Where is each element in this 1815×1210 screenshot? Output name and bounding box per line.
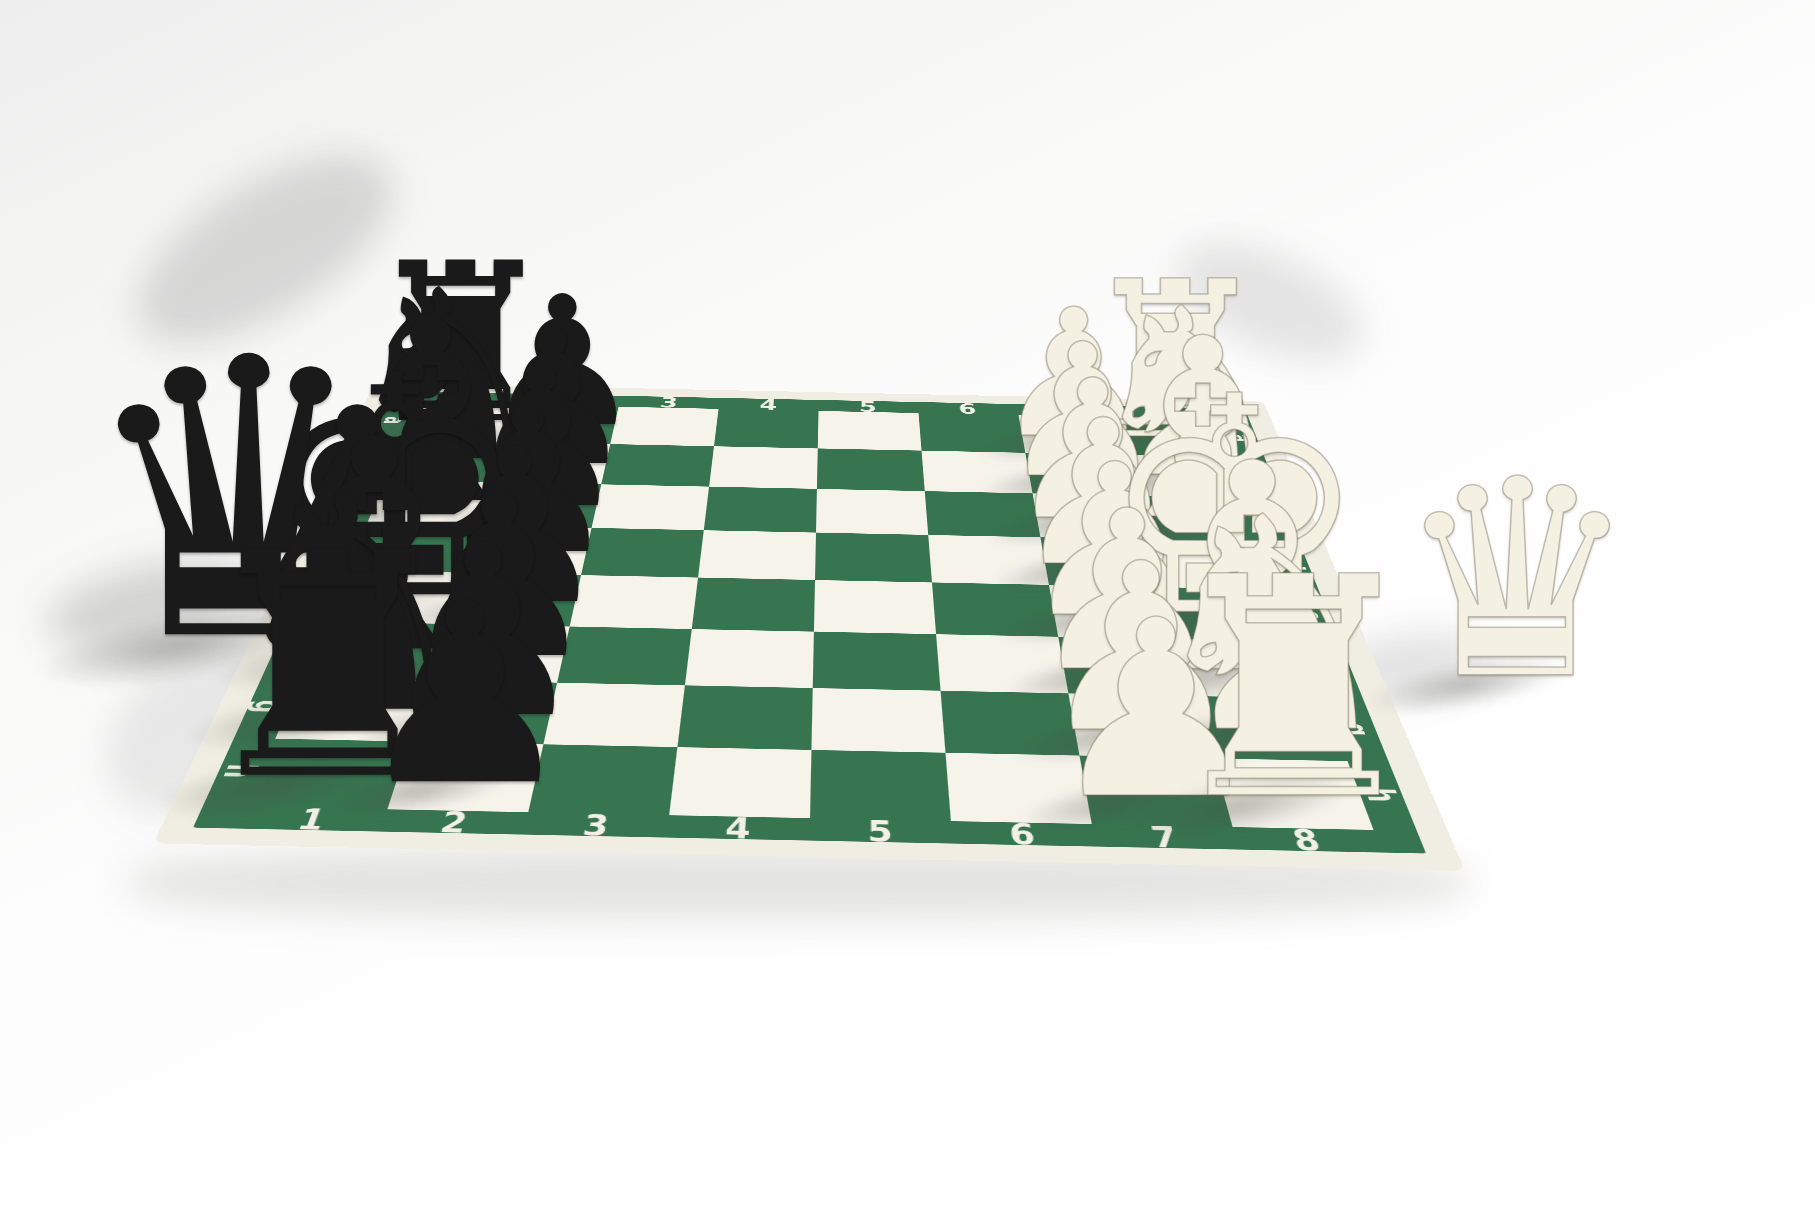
square-g1[interactable] bbox=[275, 677, 429, 741]
rank-label-1-bottom: 1 bbox=[237, 806, 387, 831]
rank-label-6-top: 6 bbox=[918, 402, 1019, 415]
rank-label-7-bottom: 7 bbox=[1092, 824, 1239, 850]
file-label-e-right-text: e bbox=[1288, 610, 1333, 622]
rank-label-8-top: 8 bbox=[1115, 406, 1218, 419]
rank-label-3-top: 3 bbox=[619, 396, 720, 409]
rank-label-5-bottom: 5 bbox=[810, 818, 953, 843]
square-e4[interactable] bbox=[692, 578, 815, 632]
square-a4[interactable] bbox=[714, 409, 819, 449]
square-d1[interactable] bbox=[347, 523, 479, 572]
square-h4[interactable] bbox=[669, 747, 811, 818]
square-f6[interactable] bbox=[936, 634, 1068, 693]
file-label-a-right-text: a bbox=[1222, 434, 1260, 443]
rank-label-5-top: 5 bbox=[819, 400, 919, 413]
square-e5[interactable] bbox=[814, 580, 936, 634]
square-c5[interactable] bbox=[816, 489, 928, 535]
file-label-c-right-text: c bbox=[1253, 515, 1294, 524]
rank-label-1-top: 1 bbox=[419, 392, 523, 405]
file-label-a-left-text: a bbox=[376, 416, 414, 424]
play-grid bbox=[247, 403, 1374, 830]
chessboard: 11aa22bb33cc44dd55ee66ff77gg88hh bbox=[153, 383, 1465, 871]
file-label-e-left-text: e bbox=[295, 589, 341, 601]
square-e8[interactable] bbox=[1166, 587, 1303, 642]
square-g3[interactable] bbox=[543, 683, 685, 747]
square-g2[interactable] bbox=[409, 680, 557, 744]
file-label-d-right-text: d bbox=[1270, 560, 1314, 571]
file-label-h-left-text: h bbox=[213, 763, 267, 779]
white-queen-offboard[interactable]: ♛ bbox=[1394, 444, 1639, 718]
rank-label-8-bottom: 8 bbox=[1233, 827, 1382, 853]
rank-label-2-bottom-text: 2 bbox=[437, 805, 473, 839]
square-d5[interactable] bbox=[815, 533, 932, 583]
rank-label-4-top-text: 4 bbox=[759, 396, 779, 413]
square-d4[interactable] bbox=[698, 530, 816, 580]
square-c7[interactable] bbox=[1033, 493, 1153, 539]
square-e7[interactable] bbox=[1049, 585, 1180, 639]
square-b1[interactable] bbox=[386, 440, 507, 482]
square-h7[interactable] bbox=[1079, 756, 1232, 827]
square-e6[interactable] bbox=[932, 582, 1058, 636]
square-d6[interactable] bbox=[928, 535, 1049, 585]
rank-label-1-bottom-text: 1 bbox=[293, 802, 332, 836]
square-b8[interactable] bbox=[1129, 455, 1248, 498]
square-b6[interactable] bbox=[922, 451, 1033, 494]
square-a3[interactable] bbox=[610, 407, 718, 447]
rank-label-3-bottom: 3 bbox=[523, 812, 669, 837]
square-a2[interactable] bbox=[506, 405, 618, 444]
rank-label-7-top-text: 7 bbox=[1056, 402, 1078, 419]
rank-label-5-bottom-text: 5 bbox=[867, 814, 895, 848]
square-f2[interactable] bbox=[429, 624, 569, 683]
rank-label-7-top: 7 bbox=[1017, 404, 1119, 417]
board-tilt-wrapper: 11aa22bb33cc44dd55ee66ff77gg88hh bbox=[274, 39, 1356, 1121]
square-g5[interactable] bbox=[811, 688, 945, 753]
file-label-c-left-text: c bbox=[339, 496, 380, 505]
square-f7[interactable] bbox=[1058, 637, 1196, 696]
square-f5[interactable] bbox=[813, 632, 941, 691]
square-c2[interactable] bbox=[479, 482, 601, 528]
square-h8[interactable] bbox=[1214, 758, 1374, 830]
square-f3[interactable] bbox=[557, 627, 692, 686]
square-h2[interactable] bbox=[387, 742, 543, 813]
cast-shadow-black-queen bbox=[39, 544, 266, 667]
square-f1[interactable] bbox=[301, 621, 447, 680]
rank-label-3-top-text: 3 bbox=[659, 394, 680, 411]
square-c4[interactable] bbox=[704, 487, 817, 533]
file-label-h-right-text: h bbox=[1355, 787, 1408, 803]
file-label-g-left-text: g bbox=[243, 700, 294, 714]
file-label-d-left-text: d bbox=[318, 540, 362, 551]
square-h6[interactable] bbox=[945, 753, 1091, 824]
square-f8[interactable] bbox=[1180, 639, 1324, 698]
rank-label-4-top: 4 bbox=[719, 398, 819, 411]
rank-label-4-bottom-text: 4 bbox=[724, 811, 753, 845]
square-a5[interactable] bbox=[818, 411, 922, 451]
square-c6[interactable] bbox=[925, 491, 1041, 537]
square-h5[interactable] bbox=[810, 750, 951, 821]
scene: 11aa22bb33cc44dd55ee66ff77gg88hh ♜♟♟♜♞♟♟… bbox=[0, 0, 1815, 1210]
rank-label-2-bottom: 2 bbox=[380, 809, 528, 834]
square-b3[interactable] bbox=[601, 444, 714, 487]
file-label-f-left-text: f bbox=[271, 644, 317, 653]
square-d8[interactable] bbox=[1153, 540, 1283, 590]
file-label-b-left-text: b bbox=[358, 454, 398, 464]
square-a8[interactable] bbox=[1119, 417, 1233, 457]
square-g8[interactable] bbox=[1196, 696, 1347, 761]
file-label-f-right-text: f bbox=[1309, 666, 1355, 675]
square-g4[interactable] bbox=[677, 685, 812, 750]
rank-label-6-top-text: 6 bbox=[958, 400, 979, 417]
square-d3[interactable] bbox=[581, 528, 704, 578]
square-b2[interactable] bbox=[493, 442, 610, 484]
square-e1[interactable] bbox=[325, 570, 464, 624]
square-g6[interactable] bbox=[941, 691, 1080, 756]
square-b4[interactable] bbox=[709, 446, 818, 489]
file-label-g-right-text: g bbox=[1331, 722, 1381, 737]
square-h3[interactable] bbox=[528, 744, 677, 815]
square-e2[interactable] bbox=[447, 573, 581, 627]
square-f4[interactable] bbox=[685, 629, 814, 688]
rank-label-2-top: 2 bbox=[519, 394, 621, 407]
square-c3[interactable] bbox=[592, 484, 710, 530]
square-a1[interactable] bbox=[403, 403, 519, 442]
square-g7[interactable] bbox=[1068, 693, 1213, 758]
square-b5[interactable] bbox=[817, 448, 925, 491]
square-b7[interactable] bbox=[1025, 453, 1140, 496]
rank-label-4-bottom: 4 bbox=[666, 815, 810, 840]
square-c8[interactable] bbox=[1140, 496, 1264, 542]
rank-label-3-bottom-text: 3 bbox=[580, 808, 612, 842]
file-label-b-right-text: b bbox=[1237, 473, 1277, 483]
square-a6[interactable] bbox=[919, 413, 1026, 453]
square-h1[interactable] bbox=[247, 739, 410, 810]
square-a7[interactable] bbox=[1019, 415, 1130, 455]
square-d2[interactable] bbox=[464, 526, 591, 576]
rank-label-5-top-text: 5 bbox=[859, 398, 878, 415]
square-c1[interactable] bbox=[367, 480, 493, 526]
square-e3[interactable] bbox=[570, 575, 698, 629]
rank-label-6-bottom: 6 bbox=[951, 821, 1096, 846]
square-d7[interactable] bbox=[1040, 537, 1166, 587]
rank-label-6-bottom-text: 6 bbox=[1007, 817, 1038, 851]
